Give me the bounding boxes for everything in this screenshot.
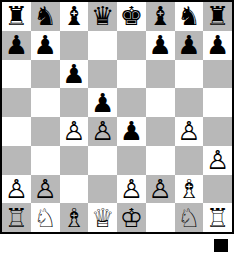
square-a1[interactable]: ♖ (2, 203, 31, 232)
white-king: ♔ (120, 204, 143, 232)
white-pawn: ♙ (120, 175, 143, 203)
square-e8[interactable]: ♚ (117, 2, 146, 31)
square-b3[interactable] (31, 146, 60, 175)
black-pawn: ♟ (206, 31, 229, 59)
white-pawn: ♙ (177, 117, 200, 145)
square-b7[interactable]: ♟ (31, 31, 60, 60)
square-f3[interactable] (146, 146, 175, 175)
square-h8[interactable]: ♜ (203, 2, 232, 31)
square-c2[interactable] (60, 175, 89, 204)
black-knight: ♞ (177, 2, 200, 30)
black-bishop: ♝ (148, 2, 171, 30)
black-knight: ♞ (33, 2, 56, 30)
chess-board: ♜♞♝♛♚♝♞♜♟♟♟♟♟♟♟♙♙♟♙♙♙♙♙♙♗♖♘♗♕♔♘♖ (0, 0, 234, 234)
square-d3[interactable] (88, 146, 117, 175)
square-c5[interactable] (60, 88, 89, 117)
square-e3[interactable] (117, 146, 146, 175)
white-pawn: ♙ (62, 117, 85, 145)
square-d1[interactable]: ♕ (88, 203, 117, 232)
square-c4[interactable]: ♙ (60, 117, 89, 146)
black-king: ♚ (120, 2, 143, 30)
square-h2[interactable] (203, 175, 232, 204)
white-knight: ♘ (33, 204, 56, 232)
square-g8[interactable]: ♞ (175, 2, 204, 31)
black-pawn: ♟ (5, 31, 28, 59)
square-f6[interactable] (146, 60, 175, 89)
square-b4[interactable] (31, 117, 60, 146)
white-pawn: ♙ (33, 175, 56, 203)
black-rook: ♜ (206, 2, 229, 30)
white-bishop: ♗ (177, 175, 200, 203)
white-pawn: ♙ (148, 175, 171, 203)
square-c7[interactable] (60, 31, 89, 60)
black-pawn: ♟ (120, 117, 143, 145)
square-d7[interactable] (88, 31, 117, 60)
square-c8[interactable]: ♝ (60, 2, 89, 31)
square-b1[interactable]: ♘ (31, 203, 60, 232)
square-h3[interactable]: ♙ (203, 146, 232, 175)
white-queen: ♕ (91, 204, 114, 232)
square-d5[interactable]: ♟ (88, 88, 117, 117)
square-a4[interactable] (2, 117, 31, 146)
square-d6[interactable] (88, 60, 117, 89)
white-pawn: ♙ (91, 117, 114, 145)
square-e7[interactable] (117, 31, 146, 60)
square-b2[interactable]: ♙ (31, 175, 60, 204)
square-c1[interactable]: ♗ (60, 203, 89, 232)
black-queen: ♛ (91, 2, 114, 30)
black-bishop: ♝ (62, 2, 85, 30)
white-rook: ♖ (206, 204, 229, 232)
square-a7[interactable]: ♟ (2, 31, 31, 60)
square-g2[interactable]: ♗ (175, 175, 204, 204)
black-pawn: ♟ (177, 31, 200, 59)
square-h1[interactable]: ♖ (203, 203, 232, 232)
square-f1[interactable] (146, 203, 175, 232)
square-e5[interactable] (117, 88, 146, 117)
square-b5[interactable] (31, 88, 60, 117)
black-pawn: ♟ (33, 31, 56, 59)
square-g3[interactable] (175, 146, 204, 175)
square-g5[interactable] (175, 88, 204, 117)
square-d8[interactable]: ♛ (88, 2, 117, 31)
square-e4[interactable]: ♟ (117, 117, 146, 146)
square-h7[interactable]: ♟ (203, 31, 232, 60)
square-g4[interactable]: ♙ (175, 117, 204, 146)
black-to-move-indicator (214, 239, 228, 252)
black-pawn: ♟ (148, 31, 171, 59)
white-pawn: ♙ (206, 146, 229, 174)
square-f2[interactable]: ♙ (146, 175, 175, 204)
square-f8[interactable]: ♝ (146, 2, 175, 31)
white-knight: ♘ (177, 204, 200, 232)
square-g1[interactable]: ♘ (175, 203, 204, 232)
square-g6[interactable] (175, 60, 204, 89)
square-e6[interactable] (117, 60, 146, 89)
black-pawn: ♟ (91, 89, 114, 117)
square-d2[interactable] (88, 175, 117, 204)
square-b6[interactable] (31, 60, 60, 89)
black-rook: ♜ (5, 2, 28, 30)
square-c3[interactable] (60, 146, 89, 175)
square-a6[interactable] (2, 60, 31, 89)
square-d4[interactable]: ♙ (88, 117, 117, 146)
square-h4[interactable] (203, 117, 232, 146)
white-pawn: ♙ (5, 175, 28, 203)
square-e1[interactable]: ♔ (117, 203, 146, 232)
white-rook: ♖ (5, 204, 28, 232)
square-e2[interactable]: ♙ (117, 175, 146, 204)
square-a8[interactable]: ♜ (2, 2, 31, 31)
square-f4[interactable] (146, 117, 175, 146)
white-bishop: ♗ (62, 204, 85, 232)
square-h5[interactable] (203, 88, 232, 117)
square-a5[interactable] (2, 88, 31, 117)
square-a2[interactable]: ♙ (2, 175, 31, 204)
square-f5[interactable] (146, 88, 175, 117)
square-b8[interactable]: ♞ (31, 2, 60, 31)
black-pawn: ♟ (62, 60, 85, 88)
square-a3[interactable] (2, 146, 31, 175)
square-f7[interactable]: ♟ (146, 31, 175, 60)
square-c6[interactable]: ♟ (60, 60, 89, 89)
square-h6[interactable] (203, 60, 232, 89)
square-g7[interactable]: ♟ (175, 31, 204, 60)
